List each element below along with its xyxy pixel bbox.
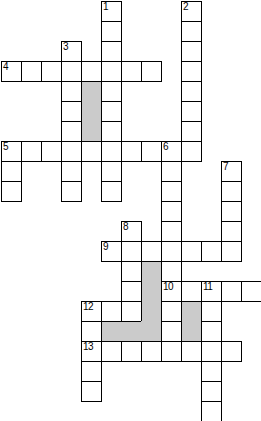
cell-r10c11[interactable] [221, 201, 242, 222]
cell-r2c9[interactable] [181, 41, 202, 62]
cell-r9c0[interactable] [1, 181, 22, 202]
cell-r6c5[interactable] [101, 121, 122, 142]
cell-r9c11[interactable] [221, 181, 242, 202]
cell-r8c8[interactable] [161, 161, 182, 182]
cell-r1c5[interactable] [101, 21, 122, 42]
cell-r14c12[interactable] [241, 281, 261, 302]
cell-r0c5[interactable]: 1 [101, 1, 122, 22]
cell-r17c5[interactable] [101, 341, 122, 362]
cell-r2c5[interactable] [101, 41, 122, 62]
cell-r9c3[interactable] [61, 181, 82, 202]
cell-r6c9[interactable] [181, 121, 202, 142]
cell-r14c11[interactable] [221, 281, 242, 302]
cell-r10c8[interactable] [161, 201, 182, 222]
cell-r14c10[interactable]: 11 [201, 281, 222, 302]
clue-number-6: 6 [163, 142, 168, 152]
cell-r7c7[interactable] [141, 141, 162, 162]
cell-r11c11[interactable] [221, 221, 242, 242]
clue-number-2: 2 [183, 2, 188, 12]
cell-r1c9[interactable] [181, 21, 202, 42]
shaded-cell-r16c5 [101, 321, 122, 342]
cell-r9c5[interactable] [101, 181, 122, 202]
cell-r7c5[interactable] [101, 141, 122, 162]
cell-r2c3[interactable]: 3 [61, 41, 82, 62]
cell-r12c10[interactable] [201, 241, 222, 262]
shaded-cell-r4c4 [81, 81, 102, 102]
cell-r14c6[interactable] [121, 281, 142, 302]
cell-r13c8[interactable] [161, 261, 182, 282]
cell-r15c8[interactable] [161, 301, 182, 322]
cell-r15c4[interactable]: 12 [81, 301, 102, 322]
shaded-cell-r6c4 [81, 121, 102, 142]
cell-r12c9[interactable] [181, 241, 202, 262]
shaded-cell-r13c7 [141, 261, 162, 282]
cell-r7c0[interactable]: 5 [1, 141, 22, 162]
cell-r3c0[interactable]: 4 [1, 61, 22, 82]
shaded-cell-r15c9 [181, 301, 202, 322]
cell-r6c3[interactable] [61, 121, 82, 142]
cell-r17c6[interactable] [121, 341, 142, 362]
cell-r7c4[interactable] [81, 141, 102, 162]
cell-r11c8[interactable] [161, 221, 182, 242]
cell-r7c9[interactable] [181, 141, 202, 162]
cell-r12c7[interactable] [141, 241, 162, 262]
cell-r14c8[interactable]: 10 [161, 281, 182, 302]
clue-number-8: 8 [123, 222, 128, 232]
cell-r13c6[interactable] [121, 261, 142, 282]
cell-r3c2[interactable] [41, 61, 62, 82]
cell-r3c6[interactable] [121, 61, 142, 82]
cell-r17c10[interactable] [201, 341, 222, 362]
cell-r3c3[interactable] [61, 61, 82, 82]
cell-r17c11[interactable] [221, 341, 242, 362]
cell-r7c1[interactable] [21, 141, 42, 162]
cell-r15c10[interactable] [201, 301, 222, 322]
cell-r4c3[interactable] [61, 81, 82, 102]
cell-r17c4[interactable]: 13 [81, 341, 102, 362]
clue-number-3: 3 [63, 42, 68, 52]
cell-r5c5[interactable] [101, 101, 122, 122]
cell-r17c7[interactable] [141, 341, 162, 362]
clue-number-9: 9 [103, 242, 108, 252]
cell-r9c8[interactable] [161, 181, 182, 202]
cell-r7c3[interactable] [61, 141, 82, 162]
clue-number-1: 1 [103, 2, 108, 12]
cell-r3c1[interactable] [21, 61, 42, 82]
cell-r18c10[interactable] [201, 361, 222, 382]
cell-r3c5[interactable] [101, 61, 122, 82]
cell-r17c9[interactable] [181, 341, 202, 362]
cell-r12c5[interactable]: 9 [101, 241, 122, 262]
shaded-cell-r15c7 [141, 301, 162, 322]
cell-r14c9[interactable] [181, 281, 202, 302]
cell-r19c4[interactable] [81, 381, 102, 402]
shaded-cell-r5c4 [81, 101, 102, 122]
cell-r12c6[interactable] [121, 241, 142, 262]
cell-r7c2[interactable] [41, 141, 62, 162]
clue-number-10: 10 [163, 282, 173, 292]
cell-r17c8[interactable] [161, 341, 182, 362]
shaded-cell-r14c7 [141, 281, 162, 302]
cell-r19c10[interactable] [201, 381, 222, 402]
cell-r3c4[interactable] [81, 61, 102, 82]
cell-r15c6[interactable] [121, 301, 142, 322]
cell-r16c8[interactable] [161, 321, 182, 342]
cell-r18c4[interactable] [81, 361, 102, 382]
cell-r8c3[interactable] [61, 161, 82, 182]
clue-number-5: 5 [3, 142, 8, 152]
cell-r16c4[interactable] [81, 321, 102, 342]
shaded-cell-r16c9 [181, 321, 202, 342]
cell-r5c9[interactable] [181, 101, 202, 122]
cell-r15c5[interactable] [101, 301, 122, 322]
crossword-board: 12345678910111213 [0, 0, 261, 421]
shaded-cell-r16c7 [141, 321, 162, 342]
clue-number-12: 12 [83, 302, 93, 312]
cell-r4c9[interactable] [181, 81, 202, 102]
cell-r8c5[interactable] [101, 161, 122, 182]
cell-r12c8[interactable] [161, 241, 182, 262]
clue-number-13: 13 [83, 342, 93, 352]
cell-r3c9[interactable] [181, 61, 202, 82]
cell-r0c9[interactable]: 2 [181, 1, 202, 22]
cell-r8c0[interactable] [1, 161, 22, 182]
cell-r5c3[interactable] [61, 101, 82, 122]
clue-number-11: 11 [203, 282, 212, 292]
cell-r11c6[interactable]: 8 [121, 221, 142, 242]
cell-r16c10[interactable] [201, 321, 222, 342]
cell-r3c7[interactable] [141, 61, 162, 82]
clue-number-7: 7 [223, 162, 228, 172]
cell-r12c11[interactable] [221, 241, 242, 262]
cell-r8c11[interactable]: 7 [221, 161, 242, 182]
cell-r20c10[interactable] [201, 401, 222, 421]
cell-r7c6[interactable] [121, 141, 142, 162]
shaded-cell-r16c6 [121, 321, 142, 342]
cell-r7c8[interactable]: 6 [161, 141, 182, 162]
clue-number-4: 4 [3, 62, 8, 72]
cell-r4c5[interactable] [101, 81, 122, 102]
